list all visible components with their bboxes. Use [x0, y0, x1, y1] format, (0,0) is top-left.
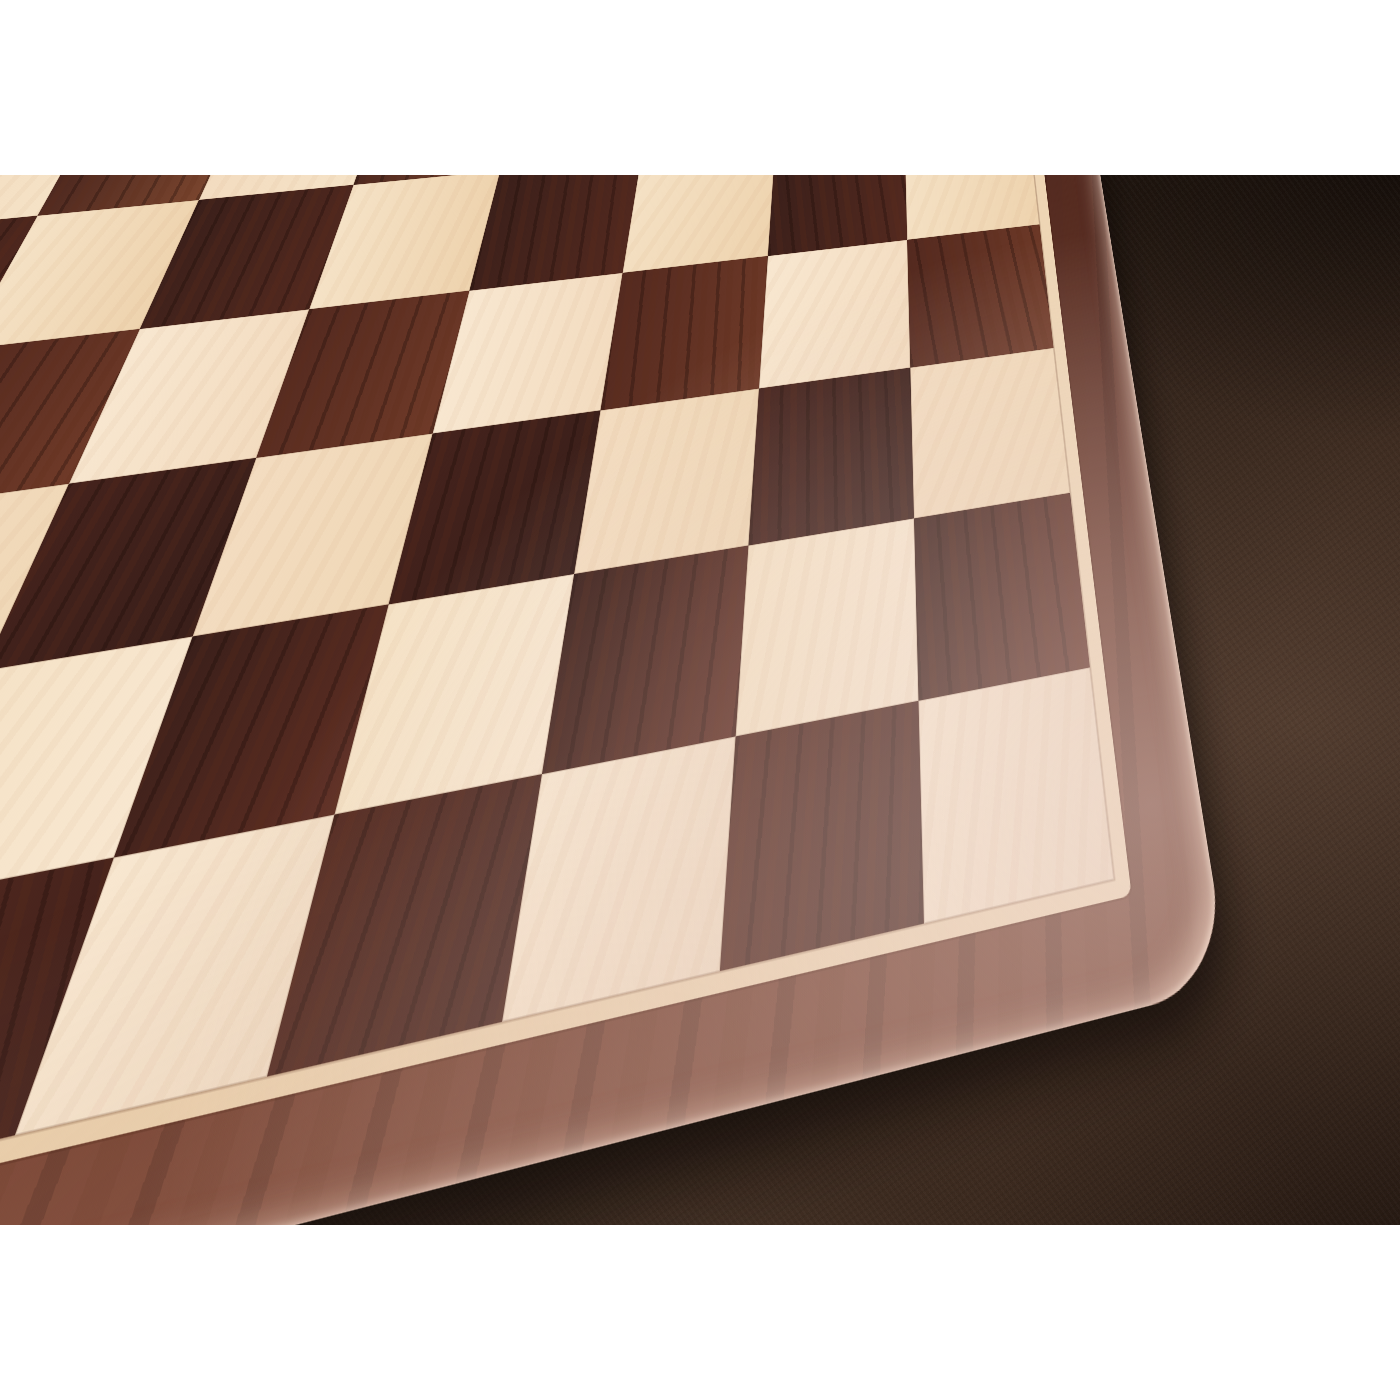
photo-frame	[0, 175, 1400, 1225]
square-h2	[914, 493, 1090, 701]
square-g3	[748, 367, 913, 545]
page	[0, 0, 1400, 1400]
letterbox-bottom	[0, 1225, 1400, 1400]
square-f4	[600, 256, 768, 410]
square-g1	[720, 700, 924, 971]
square-f3	[574, 388, 759, 574]
square-h1	[918, 667, 1114, 924]
letterbox-top	[0, 0, 1400, 175]
square-g4	[759, 240, 910, 388]
square-g2	[736, 518, 918, 735]
square-h3	[910, 348, 1070, 519]
square-h4	[907, 224, 1054, 367]
